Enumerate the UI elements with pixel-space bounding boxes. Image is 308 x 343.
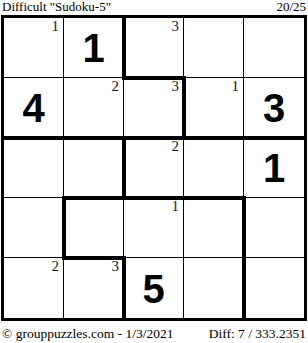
region-border-segment xyxy=(62,136,126,140)
region-border-segment xyxy=(62,256,126,260)
small-clue: 2 xyxy=(112,78,120,95)
region-border-segment xyxy=(182,196,246,200)
cell-r4c1[interactable] xyxy=(4,198,64,258)
cell-r2c4[interactable]: 1 xyxy=(184,78,244,138)
cell-r1c1[interactable]: 1 xyxy=(4,18,64,78)
small-clue: 3 xyxy=(112,258,120,275)
region-border-segment xyxy=(62,196,66,260)
small-clue: 1 xyxy=(232,78,240,95)
big-digit: 5 xyxy=(124,258,183,318)
region-border-segment xyxy=(122,16,126,80)
small-clue: 1 xyxy=(52,18,60,35)
region-border-segment xyxy=(62,196,126,200)
big-digit: 3 xyxy=(244,78,304,137)
big-digit: 1 xyxy=(64,18,123,77)
puzzle-title: Difficult "Sudoku-5" xyxy=(2,0,111,14)
small-clue: 3 xyxy=(172,78,180,95)
cell-r5c4[interactable] xyxy=(184,258,244,318)
small-clue: 1 xyxy=(172,198,180,215)
cell-r3c3[interactable]: 2 xyxy=(124,138,184,198)
cell-r1c2[interactable]: 1 xyxy=(64,18,124,78)
cell-r3c5[interactable]: 1 xyxy=(244,138,304,198)
big-digit: 4 xyxy=(4,78,63,137)
footer: © grouppuzzles.com - 1/3/2021 Diff: 7 / … xyxy=(0,326,308,342)
cell-r1c3[interactable]: 3 xyxy=(124,18,184,78)
cell-r4c4[interactable] xyxy=(184,198,244,258)
cell-r3c1[interactable] xyxy=(4,138,64,198)
copyright-text: © grouppuzzles.com - 1/3/2021 xyxy=(2,326,173,342)
cell-r5c5[interactable] xyxy=(244,258,304,318)
cell-r5c2[interactable]: 3 xyxy=(64,258,124,318)
cell-r1c4[interactable] xyxy=(184,18,244,78)
header: Difficult "Sudoku-5" 20/25 xyxy=(0,0,308,15)
difficulty-text: Diff: 7 / 333.2351 xyxy=(209,326,306,342)
cell-r3c4[interactable] xyxy=(184,138,244,198)
cell-r2c2[interactable]: 2 xyxy=(64,78,124,138)
cell-r3c2[interactable] xyxy=(64,138,124,198)
cell-r4c3[interactable]: 1 xyxy=(124,198,184,258)
region-border-segment xyxy=(122,76,186,80)
small-clue: 2 xyxy=(52,258,60,275)
cell-r2c1[interactable]: 4 xyxy=(4,78,64,138)
puzzle-counter: 20/25 xyxy=(276,0,306,14)
board: 11342313211235 xyxy=(1,15,307,321)
big-digit: 1 xyxy=(244,138,304,197)
region-border-segment xyxy=(242,196,246,260)
cell-r4c2[interactable] xyxy=(64,198,124,258)
small-clue: 2 xyxy=(172,138,180,155)
cell-r4c5[interactable] xyxy=(244,198,304,258)
region-border-segment xyxy=(122,136,186,140)
region-border-segment xyxy=(182,76,186,140)
region-border-segment xyxy=(122,136,126,200)
region-border-segment xyxy=(182,136,246,140)
region-border-segment xyxy=(242,256,246,320)
cell-r2c5[interactable]: 3 xyxy=(244,78,304,138)
cell-r1c5[interactable] xyxy=(244,18,304,78)
small-clue: 3 xyxy=(172,18,180,35)
region-border-segment xyxy=(122,256,126,320)
cell-r5c1[interactable]: 2 xyxy=(4,258,64,318)
region-border-segment xyxy=(2,136,66,140)
cell-r2c3[interactable]: 3 xyxy=(124,78,184,138)
cell-r5c3[interactable]: 5 xyxy=(124,258,184,318)
region-border-segment xyxy=(122,196,186,200)
region-border-segment xyxy=(242,136,306,140)
